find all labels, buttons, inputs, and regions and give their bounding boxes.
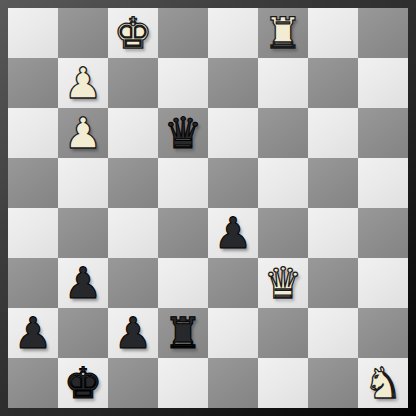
square-g2[interactable] [308,308,358,358]
square-f7[interactable] [258,58,308,108]
square-b2[interactable] [58,308,108,358]
square-e7[interactable] [208,58,258,108]
square-g4[interactable] [308,208,358,258]
square-e5[interactable] [208,158,258,208]
square-c4[interactable] [108,208,158,258]
square-h1[interactable]: ♞ [358,358,408,408]
square-h8[interactable] [358,8,408,58]
board-frame: ♚♜♟♟♛♟♟♛♟♟♜♚♞ [0,0,416,416]
black-pawn[interactable]: ♟ [14,308,53,358]
square-a2[interactable]: ♟ [8,308,58,358]
square-g5[interactable] [308,158,358,208]
square-c3[interactable] [108,258,158,308]
square-h5[interactable] [358,158,408,208]
square-c6[interactable] [108,108,158,158]
square-d7[interactable] [158,58,208,108]
square-h2[interactable] [358,308,408,358]
square-e6[interactable] [208,108,258,158]
square-f4[interactable] [258,208,308,258]
black-queen[interactable]: ♛ [164,108,203,158]
square-d6[interactable]: ♛ [158,108,208,158]
square-g8[interactable] [308,8,358,58]
square-h3[interactable] [358,258,408,308]
square-c2[interactable]: ♟ [108,308,158,358]
square-g3[interactable] [308,258,358,308]
square-h7[interactable] [358,58,408,108]
white-rook[interactable]: ♜ [264,8,303,58]
square-a4[interactable] [8,208,58,258]
white-king[interactable]: ♚ [114,8,153,58]
square-e3[interactable] [208,258,258,308]
square-c5[interactable] [108,158,158,208]
square-a6[interactable] [8,108,58,158]
square-a7[interactable] [8,58,58,108]
black-rook[interactable]: ♜ [164,308,203,358]
square-e1[interactable] [208,358,258,408]
square-h4[interactable] [358,208,408,258]
square-g6[interactable] [308,108,358,158]
square-a5[interactable] [8,158,58,208]
square-d1[interactable] [158,358,208,408]
square-b1[interactable]: ♚ [58,358,108,408]
square-a3[interactable] [8,258,58,308]
square-e8[interactable] [208,8,258,58]
square-b6[interactable]: ♟ [58,108,108,158]
chess-board: ♚♜♟♟♛♟♟♛♟♟♜♚♞ [8,8,408,408]
square-c8[interactable]: ♚ [108,8,158,58]
square-a8[interactable] [8,8,58,58]
square-b3[interactable]: ♟ [58,258,108,308]
square-f3[interactable]: ♛ [258,258,308,308]
black-king[interactable]: ♚ [64,358,103,408]
square-h6[interactable] [358,108,408,158]
square-e2[interactable] [208,308,258,358]
square-f1[interactable] [258,358,308,408]
white-pawn[interactable]: ♟ [64,58,103,108]
black-pawn[interactable]: ♟ [214,208,253,258]
square-c1[interactable] [108,358,158,408]
square-b7[interactable]: ♟ [58,58,108,108]
square-d2[interactable]: ♜ [158,308,208,358]
white-knight[interactable]: ♞ [364,358,403,408]
black-pawn[interactable]: ♟ [114,308,153,358]
square-g7[interactable] [308,58,358,108]
square-b5[interactable] [58,158,108,208]
square-e4[interactable]: ♟ [208,208,258,258]
square-a1[interactable] [8,358,58,408]
black-pawn[interactable]: ♟ [64,258,103,308]
square-c7[interactable] [108,58,158,108]
square-d3[interactable] [158,258,208,308]
square-g1[interactable] [308,358,358,408]
square-b8[interactable] [58,8,108,58]
square-d5[interactable] [158,158,208,208]
square-f2[interactable] [258,308,308,358]
square-f5[interactable] [258,158,308,208]
white-queen[interactable]: ♛ [264,258,303,308]
white-pawn[interactable]: ♟ [64,108,103,158]
square-f6[interactable] [258,108,308,158]
square-d8[interactable] [158,8,208,58]
square-b4[interactable] [58,208,108,258]
square-d4[interactable] [158,208,208,258]
square-f8[interactable]: ♜ [258,8,308,58]
